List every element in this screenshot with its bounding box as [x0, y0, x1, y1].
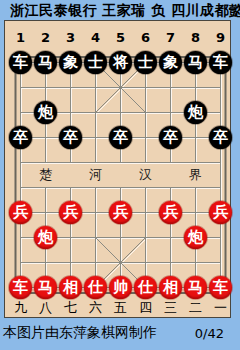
- red-horse: 马: [184, 276, 207, 299]
- black-chariot: 车: [9, 51, 32, 74]
- river-label: 楚: [37, 167, 55, 183]
- river-label: 汉: [137, 167, 155, 183]
- match-title: 浙江民泰银行 王家瑞 负 四川成都懿锦控股: [0, 0, 240, 20]
- file-label-top: 6: [136, 30, 156, 46]
- red-chariot: 车: [209, 276, 232, 299]
- red-advisor: 仕: [84, 276, 107, 299]
- file-label-bottom: 四: [136, 300, 156, 316]
- black-horse: 马: [34, 51, 57, 74]
- file-label-top: 9: [211, 30, 231, 46]
- red-cannon: 炮: [34, 226, 57, 249]
- xiangqi-board: 123456789九八七六五四三二一楚河汉界车马象士将士象马车炮炮卒卒卒卒卒兵兵…: [4, 20, 231, 318]
- black-soldier: 卒: [209, 126, 232, 149]
- red-chariot: 车: [9, 276, 32, 299]
- diagram-root: 浙江民泰银行 王家瑞 负 四川成都懿锦控股 123456789九八七六五四三二一…: [0, 0, 240, 350]
- black-soldier: 卒: [9, 126, 32, 149]
- river-label: 界: [187, 167, 205, 183]
- file-label-top: 5: [111, 30, 131, 46]
- file-label-top: 1: [11, 30, 31, 46]
- black-cannon: 炮: [184, 101, 207, 124]
- river-label: 河: [87, 167, 105, 183]
- black-horse: 马: [184, 51, 207, 74]
- red-soldier: 兵: [209, 201, 232, 224]
- red-soldier: 兵: [159, 201, 182, 224]
- red-general: 帅: [109, 276, 132, 299]
- red-horse: 马: [34, 276, 57, 299]
- file-label-bottom: 七: [61, 300, 81, 316]
- file-label-top: 7: [161, 30, 181, 46]
- move-counter: 0/42: [195, 326, 224, 341]
- black-chariot: 车: [209, 51, 232, 74]
- file-label-top: 4: [86, 30, 106, 46]
- file-label-bottom: 三: [161, 300, 181, 316]
- black-soldier: 卒: [159, 126, 182, 149]
- black-advisor: 士: [84, 51, 107, 74]
- black-cannon: 炮: [34, 101, 57, 124]
- black-elephant: 象: [159, 51, 182, 74]
- file-label-top: 3: [61, 30, 81, 46]
- red-elephant: 相: [159, 276, 182, 299]
- black-elephant: 象: [59, 51, 82, 74]
- red-soldier: 兵: [59, 201, 82, 224]
- file-label-bottom: 一: [211, 300, 231, 316]
- file-label-bottom: 六: [86, 300, 106, 316]
- credit-text: 本图片由东萍象棋网制作: [3, 324, 157, 342]
- file-label-bottom: 二: [186, 300, 206, 316]
- black-soldier: 卒: [59, 126, 82, 149]
- black-soldier: 卒: [109, 126, 132, 149]
- black-advisor: 士: [134, 51, 157, 74]
- file-label-bottom: 九: [11, 300, 31, 316]
- red-soldier: 兵: [9, 201, 32, 224]
- red-elephant: 相: [59, 276, 82, 299]
- black-general: 将: [109, 51, 132, 74]
- file-label-bottom: 八: [36, 300, 56, 316]
- file-label-top: 8: [186, 30, 206, 46]
- red-advisor: 仕: [134, 276, 157, 299]
- file-label-top: 2: [36, 30, 56, 46]
- red-soldier: 兵: [109, 201, 132, 224]
- red-cannon: 炮: [184, 226, 207, 249]
- file-label-bottom: 五: [111, 300, 131, 316]
